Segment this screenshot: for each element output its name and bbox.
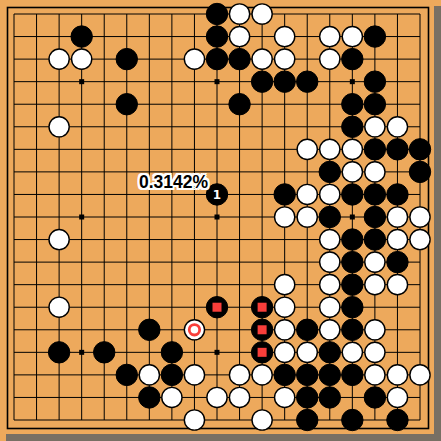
- white-stone: [184, 410, 204, 430]
- black-stone: [364, 139, 385, 160]
- black-stone: [364, 184, 385, 205]
- white-stone: [365, 275, 385, 295]
- black-stone: [274, 71, 295, 92]
- black-stone: [342, 94, 363, 115]
- black-stone: [206, 3, 227, 24]
- white-stone: [229, 365, 249, 385]
- white-stone: [275, 26, 295, 46]
- black-stone: [387, 251, 408, 272]
- black-stone: [297, 71, 318, 92]
- white-stone: [72, 49, 92, 69]
- white-stone: [365, 342, 385, 362]
- black-stone: [342, 116, 363, 137]
- white-stone: [365, 162, 385, 182]
- white-stone: [387, 229, 407, 249]
- white-stone: [252, 365, 272, 385]
- black-stone: [364, 387, 385, 408]
- black-stone: [274, 184, 295, 205]
- white-stone: [184, 365, 204, 385]
- black-stone: [342, 409, 363, 430]
- white-stone: [320, 184, 340, 204]
- hoshi-point: [350, 79, 355, 84]
- white-stone: [229, 4, 249, 24]
- white-stone: [207, 387, 227, 407]
- white-stone: [387, 207, 407, 227]
- black-stone: [206, 26, 227, 47]
- white-stone: [275, 320, 295, 340]
- white-stone: [365, 117, 385, 137]
- white-stone: [275, 342, 295, 362]
- red-square-marker: [258, 303, 267, 312]
- white-stone: [342, 342, 362, 362]
- black-stone: [364, 206, 385, 227]
- white-stone: [410, 229, 430, 249]
- black-stone: [161, 342, 182, 363]
- white-stone: [49, 297, 69, 317]
- black-stone: [387, 139, 408, 160]
- winrate-annotation: 0.3142%: [139, 172, 208, 193]
- red-square-marker: [258, 325, 267, 334]
- white-stone: [342, 162, 362, 182]
- board-shadow-right: [434, 6, 441, 441]
- white-stone: [275, 275, 295, 295]
- white-stone: [252, 49, 272, 69]
- white-stone: [387, 117, 407, 137]
- black-stone: [116, 94, 137, 115]
- black-stone: [387, 184, 408, 205]
- black-stone: [342, 184, 363, 205]
- white-stone: [342, 139, 362, 159]
- white-stone: [229, 387, 249, 407]
- black-stone: [48, 342, 69, 363]
- white-stone: [320, 297, 340, 317]
- white-stone: [49, 117, 69, 137]
- white-stone: [297, 139, 317, 159]
- go-board-diagram: 1 0.3142%: [0, 0, 441, 441]
- white-stone: [184, 49, 204, 69]
- black-stone: [206, 48, 227, 69]
- black-stone: [342, 297, 363, 318]
- black-stone: [364, 94, 385, 115]
- black-stone: [116, 364, 137, 385]
- white-stone: [320, 320, 340, 340]
- white-stone: [320, 139, 340, 159]
- hoshi-point: [350, 215, 355, 220]
- black-stone: [387, 409, 408, 430]
- white-stone: [410, 365, 430, 385]
- go-board[interactable]: 1: [0, 0, 441, 441]
- white-stone: [139, 365, 159, 385]
- hoshi-point: [79, 215, 84, 220]
- black-stone: [251, 71, 272, 92]
- white-stone: [365, 365, 385, 385]
- white-stone: [252, 4, 272, 24]
- black-stone: [342, 229, 363, 250]
- white-stone: [275, 387, 295, 407]
- white-stone: [162, 387, 182, 407]
- white-stone: [320, 252, 340, 272]
- black-stone: [229, 94, 250, 115]
- white-stone: [184, 320, 204, 340]
- black-stone: [409, 139, 430, 160]
- black-stone: [297, 364, 318, 385]
- black-stone: [161, 364, 182, 385]
- black-stone: [364, 71, 385, 92]
- hoshi-point: [215, 79, 220, 84]
- black-stone: [274, 364, 295, 385]
- hoshi-point: [79, 350, 84, 355]
- black-stone: [229, 48, 250, 69]
- white-stone: [320, 275, 340, 295]
- white-stone: [49, 229, 69, 249]
- black-stone: [342, 319, 363, 340]
- black-stone: [364, 26, 385, 47]
- hoshi-point: [215, 215, 220, 220]
- move-number-label: 1: [213, 188, 221, 202]
- black-stone: [297, 387, 318, 408]
- white-stone: [252, 410, 272, 430]
- white-stone: [387, 365, 407, 385]
- black-stone: [71, 26, 92, 47]
- white-stone: [275, 49, 295, 69]
- white-stone: [410, 207, 430, 227]
- white-stone: [320, 229, 340, 249]
- white-stone: [297, 184, 317, 204]
- white-stone: [49, 49, 69, 69]
- white-stone: [320, 26, 340, 46]
- black-stone: [319, 161, 340, 182]
- black-stone: [139, 387, 160, 408]
- black-stone: [94, 342, 115, 363]
- black-stone: [364, 229, 385, 250]
- black-stone: [342, 364, 363, 385]
- hoshi-point: [79, 79, 84, 84]
- white-stone: [275, 207, 295, 227]
- black-stone: [342, 48, 363, 69]
- black-stone: [319, 342, 340, 363]
- white-stone: [297, 342, 317, 362]
- board-shadow-bottom: [6, 434, 441, 441]
- black-stone: [342, 251, 363, 272]
- black-stone: [116, 48, 137, 69]
- hoshi-point: [215, 350, 220, 355]
- black-stone: [319, 206, 340, 227]
- red-square-marker: [258, 348, 267, 357]
- white-stone: [320, 49, 340, 69]
- white-stone: [387, 275, 407, 295]
- white-stone: [342, 26, 362, 46]
- black-stone: [409, 161, 430, 182]
- red-square-marker: [213, 303, 222, 312]
- black-stone: [319, 387, 340, 408]
- white-stone: [365, 252, 385, 272]
- black-stone: [342, 274, 363, 295]
- white-stone: [365, 320, 385, 340]
- black-stone: [297, 319, 318, 340]
- black-stone: [297, 409, 318, 430]
- white-stone: [297, 207, 317, 227]
- white-stone: [229, 26, 249, 46]
- white-stone: [387, 387, 407, 407]
- black-stone: [139, 319, 160, 340]
- white-stone: [275, 297, 295, 317]
- black-stone: [319, 364, 340, 385]
